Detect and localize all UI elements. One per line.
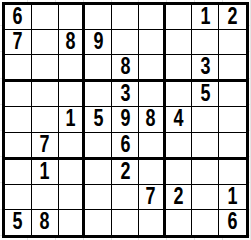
cell-r1c2[interactable] <box>32 5 59 30</box>
given-digit: 8 <box>65 30 75 54</box>
cell-r4c7[interactable] <box>166 82 193 107</box>
cell-r4c2[interactable] <box>32 82 59 107</box>
cell-r7c6[interactable] <box>139 160 166 185</box>
sudoku-board: 6127898335159847612721586 <box>2 2 249 238</box>
cell-r8c7[interactable]: 2 <box>166 185 193 210</box>
cell-r1c5[interactable] <box>112 5 139 30</box>
cell-r9c4[interactable] <box>85 210 112 235</box>
cell-r9c5[interactable] <box>112 210 139 235</box>
cell-r1c7[interactable] <box>166 5 193 30</box>
cell-r8c8[interactable] <box>192 185 219 210</box>
cell-r8c3[interactable] <box>59 185 86 210</box>
cell-r1c6[interactable] <box>139 5 166 30</box>
cell-r8c4[interactable] <box>85 185 112 210</box>
cell-r4c3[interactable] <box>59 82 86 107</box>
cell-r7c5[interactable]: 2 <box>112 160 139 185</box>
cell-r5c8[interactable] <box>192 107 219 132</box>
given-digit: 1 <box>228 185 238 209</box>
cell-r8c6[interactable]: 7 <box>139 185 166 210</box>
given-digit: 9 <box>120 107 130 131</box>
cell-r4c8[interactable]: 5 <box>192 82 219 107</box>
cell-r5c9[interactable] <box>219 107 246 132</box>
given-digit: 6 <box>120 133 130 157</box>
cell-r3c5[interactable]: 8 <box>112 55 139 82</box>
given-digit: 2 <box>120 160 130 184</box>
given-digit: 1 <box>40 160 50 184</box>
cell-r7c8[interactable] <box>192 160 219 185</box>
given-digit: 6 <box>228 210 238 234</box>
cell-r6c4[interactable] <box>85 133 112 160</box>
cell-r2c8[interactable] <box>192 30 219 55</box>
cell-r5c5[interactable]: 9 <box>112 107 139 132</box>
cell-r4c1[interactable] <box>5 82 32 107</box>
cell-r9c8[interactable] <box>192 210 219 235</box>
cell-r2c3[interactable]: 8 <box>59 30 86 55</box>
cell-r9c6[interactable] <box>139 210 166 235</box>
cell-r7c9[interactable] <box>219 160 246 185</box>
given-digit: 7 <box>40 133 50 157</box>
given-digit: 5 <box>93 107 103 131</box>
cell-r6c3[interactable] <box>59 133 86 160</box>
given-digit: 2 <box>228 5 238 29</box>
cell-r1c3[interactable] <box>59 5 86 30</box>
cell-r5c1[interactable] <box>5 107 32 132</box>
cell-r9c2[interactable]: 8 <box>32 210 59 235</box>
cell-r6c9[interactable] <box>219 133 246 160</box>
cell-r6c2[interactable]: 7 <box>32 133 59 160</box>
given-digit: 5 <box>200 82 210 106</box>
cell-r6c6[interactable] <box>139 133 166 160</box>
cell-r3c9[interactable] <box>219 55 246 82</box>
cell-r5c3[interactable]: 1 <box>59 107 86 132</box>
given-digit: 5 <box>13 210 23 234</box>
given-digit: 8 <box>146 107 156 131</box>
cell-r3c1[interactable] <box>5 55 32 82</box>
cell-r1c4[interactable] <box>85 5 112 30</box>
given-digit: 7 <box>13 30 23 54</box>
cell-r1c9[interactable]: 2 <box>219 5 246 30</box>
cell-r2c9[interactable] <box>219 30 246 55</box>
cell-r2c4[interactable]: 9 <box>85 30 112 55</box>
cell-r7c1[interactable] <box>5 160 32 185</box>
cell-r3c4[interactable] <box>85 55 112 82</box>
cell-r8c9[interactable]: 1 <box>219 185 246 210</box>
cell-r1c1[interactable]: 6 <box>5 5 32 30</box>
cell-r3c7[interactable] <box>166 55 193 82</box>
cell-r9c9[interactable]: 6 <box>219 210 246 235</box>
cell-r7c2[interactable]: 1 <box>32 160 59 185</box>
cell-r6c1[interactable] <box>5 133 32 160</box>
cell-r6c7[interactable] <box>166 133 193 160</box>
cell-r4c5[interactable]: 3 <box>112 82 139 107</box>
cell-r8c2[interactable] <box>32 185 59 210</box>
cell-r4c6[interactable] <box>139 82 166 107</box>
cell-r2c7[interactable] <box>166 30 193 55</box>
cell-r5c2[interactable] <box>32 107 59 132</box>
given-digit: 1 <box>200 5 210 29</box>
given-digit: 3 <box>200 55 210 79</box>
cell-r2c5[interactable] <box>112 30 139 55</box>
cell-r9c1[interactable]: 5 <box>5 210 32 235</box>
given-digit: 2 <box>174 185 184 209</box>
cell-r7c3[interactable] <box>59 160 86 185</box>
given-digit: 6 <box>13 5 23 29</box>
cell-r2c2[interactable] <box>32 30 59 55</box>
cell-r8c5[interactable] <box>112 185 139 210</box>
cell-r5c4[interactable]: 5 <box>85 107 112 132</box>
given-digit: 8 <box>40 210 50 234</box>
cell-r8c1[interactable] <box>5 185 32 210</box>
cell-r9c7[interactable] <box>166 210 193 235</box>
cell-r1c8[interactable]: 1 <box>192 5 219 30</box>
given-digit: 8 <box>120 55 130 79</box>
cell-r3c2[interactable] <box>32 55 59 82</box>
given-digit: 1 <box>65 107 75 131</box>
given-digit: 9 <box>93 30 103 54</box>
given-digit: 4 <box>174 107 184 131</box>
given-digit: 3 <box>120 82 130 106</box>
cell-r4c9[interactable] <box>219 82 246 107</box>
cell-r7c7[interactable] <box>166 160 193 185</box>
given-digit: 7 <box>146 185 156 209</box>
cell-r7c4[interactable] <box>85 160 112 185</box>
cell-r2c6[interactable] <box>139 30 166 55</box>
cell-r2c1[interactable]: 7 <box>5 30 32 55</box>
cell-r9c3[interactable] <box>59 210 86 235</box>
cell-r5c6[interactable]: 8 <box>139 107 166 132</box>
cell-r3c6[interactable] <box>139 55 166 82</box>
cell-r3c3[interactable] <box>59 55 86 82</box>
cell-r6c5[interactable]: 6 <box>112 133 139 160</box>
cell-r4c4[interactable] <box>85 82 112 107</box>
cell-r3c8[interactable]: 3 <box>192 55 219 82</box>
sudoku-screenshot: 6127898335159847612721586 <box>0 0 251 240</box>
cell-r6c8[interactable] <box>192 133 219 160</box>
cell-r5c7[interactable]: 4 <box>166 107 193 132</box>
